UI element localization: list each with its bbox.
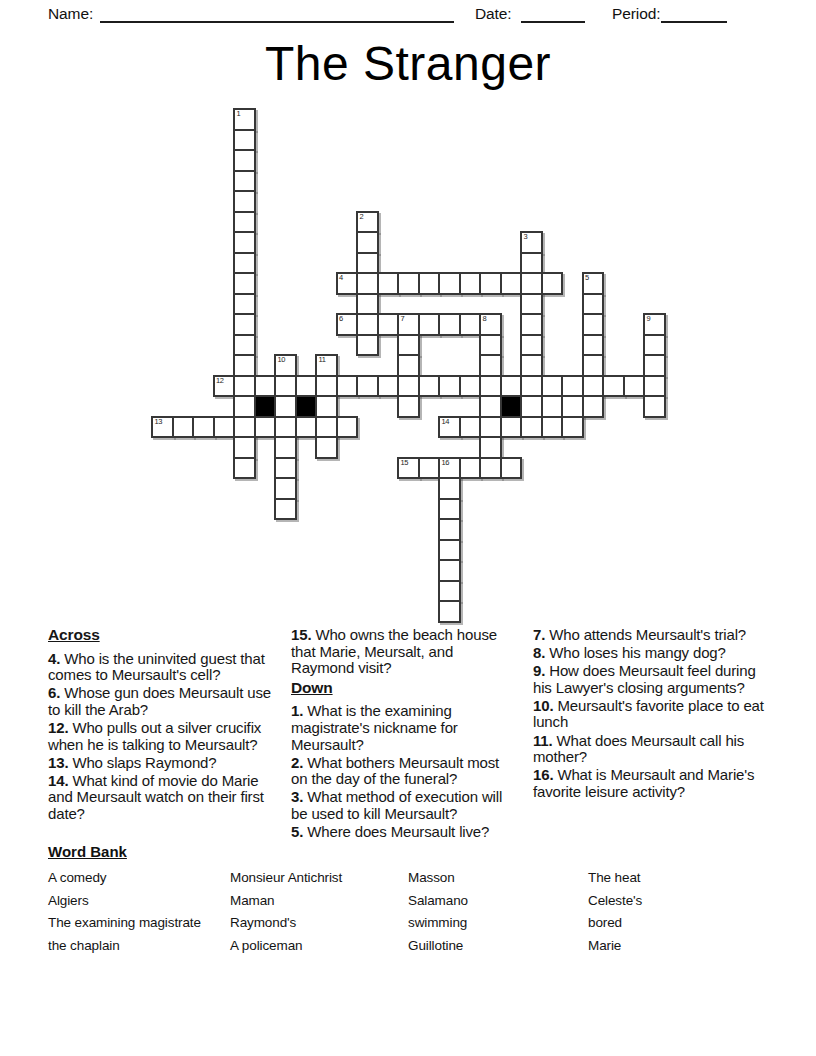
grid-cell-r12c8[interactable]: 11 [315, 354, 338, 377]
grid-cell-r18c6[interactable] [274, 477, 297, 500]
grid-cell-r14c12[interactable] [397, 395, 420, 418]
grid-cell-r13c13[interactable] [418, 375, 441, 398]
grid-cell-r8c11[interactable] [377, 272, 400, 295]
grid-cell-r5c10[interactable]: 2 [356, 211, 379, 234]
clue-across-12: 12. Who pulls out a silver crucifix when… [48, 720, 284, 753]
word-bank: A comedyMonsieur AntichristMassonThe hea… [48, 866, 768, 957]
clue-number-13: 13 [155, 418, 163, 426]
grid-cell-r10c13[interactable] [418, 313, 441, 336]
grid-cell-r14c18[interactable] [520, 395, 543, 418]
grid-cell-r12c4[interactable] [233, 354, 256, 377]
grid-cell-r11c10[interactable] [356, 334, 379, 357]
grid-cell-r14c8[interactable] [315, 395, 338, 418]
grid-cell-r10c15[interactable] [459, 313, 482, 336]
grid-cell-r12c12[interactable] [397, 354, 420, 377]
grid-cell-r13c24[interactable] [643, 375, 666, 398]
across-heading: Across [48, 627, 284, 644]
grid-cell-r15c17[interactable] [500, 416, 523, 439]
grid-cell-r17c15[interactable] [459, 457, 482, 480]
grid-cell-r13c10[interactable] [356, 375, 379, 398]
black-cell-r14c5 [254, 395, 277, 418]
grid-cell-r13c21[interactable] [582, 375, 605, 398]
grid-cell-r17c16[interactable] [479, 457, 502, 480]
grid-cell-r14c16[interactable] [479, 395, 502, 418]
grid-cell-r11c18[interactable] [520, 334, 543, 357]
grid-cell-r19c14[interactable] [438, 498, 461, 521]
clue-number-8: 8 [483, 315, 487, 323]
grid-cell-r13c19[interactable] [541, 375, 564, 398]
word-bank-item-r2c0: The examining magistrate [48, 915, 230, 930]
grid-cell-r11c4[interactable] [233, 334, 256, 357]
grid-cell-r8c17[interactable] [500, 272, 523, 295]
word-bank-item-r0c3: The heat [588, 870, 768, 885]
clue-down-11: 11. What does Meursault call his mother? [533, 733, 776, 766]
grid-cell-r15c0[interactable]: 13 [151, 416, 174, 439]
grid-cell-r13c20[interactable] [561, 375, 584, 398]
grid-cell-r13c11[interactable] [377, 375, 400, 398]
grid-cell-r8c19[interactable] [541, 272, 564, 295]
grid-cell-r14c6[interactable] [274, 395, 297, 418]
clue-down-8: 8. Who loses his mangy dog? [533, 645, 776, 662]
grid-cell-r8c15[interactable] [459, 272, 482, 295]
word-bank-item-r3c2: Guillotine [408, 938, 588, 953]
clue-across-4: 4. Who is the uninvited guest that comes… [48, 651, 284, 684]
grid-cell-r15c19[interactable] [541, 416, 564, 439]
grid-cell-r15c5[interactable] [254, 416, 277, 439]
grid-cell-r16c8[interactable] [315, 436, 338, 459]
clue-number-4: 4 [339, 274, 343, 282]
grid-cell-r13c4[interactable] [233, 375, 256, 398]
clue-number-1: 1 [237, 110, 241, 118]
clue-number-5: 5 [585, 274, 589, 282]
clue-number-7: 7 [401, 315, 405, 323]
grid-cell-r22c14[interactable] [438, 559, 461, 582]
word-bank-item-r1c2: Salamano [408, 893, 588, 908]
grid-cell-r13c6[interactable] [274, 375, 297, 398]
down-heading: Down [291, 680, 512, 697]
grid-cell-r11c12[interactable] [397, 334, 420, 357]
grid-cell-r3c4[interactable] [233, 170, 256, 193]
grid-cell-r16c6[interactable] [274, 436, 297, 459]
clue-down-16: 16. What is Meursault and Marie's favori… [533, 767, 776, 800]
grid-cell-r9c4[interactable] [233, 293, 256, 316]
grid-cell-r17c13[interactable] [418, 457, 441, 480]
grid-cell-r10c11[interactable] [377, 313, 400, 336]
grid-cell-r14c21[interactable] [582, 395, 605, 418]
grid-cell-r7c4[interactable] [233, 252, 256, 275]
clue-number-6: 6 [339, 315, 343, 323]
grid-cell-r8c10[interactable] [356, 272, 379, 295]
grid-cell-r17c17[interactable] [500, 457, 523, 480]
grid-cell-r8c18[interactable] [520, 272, 543, 295]
clue-number-2: 2 [360, 213, 364, 221]
grid-cell-r13c23[interactable] [623, 375, 646, 398]
word-bank-item-r1c0: Algiers [48, 893, 230, 908]
clue-number-16: 16 [442, 459, 450, 467]
grid-cell-r16c16[interactable] [479, 436, 502, 459]
black-cell-r14c7 [295, 395, 318, 418]
clue-across-15: 15. Who owns the beach house that Marie,… [291, 627, 512, 677]
grid-cell-r20c14[interactable] [438, 518, 461, 541]
grid-cell-r18c14[interactable] [438, 477, 461, 500]
grid-cell-r10c4[interactable] [233, 313, 256, 336]
word-bank-heading: Word Bank [48, 843, 127, 860]
grid-cell-r13c9[interactable] [336, 375, 359, 398]
grid-cell-r6c18[interactable]: 3 [520, 231, 543, 254]
grid-cell-r15c18[interactable] [520, 416, 543, 439]
grid-cell-r8c14[interactable] [438, 272, 461, 295]
grid-cell-r13c17[interactable] [500, 375, 523, 398]
black-cell-r14c17 [500, 395, 523, 418]
grid-cell-r10c24[interactable]: 9 [643, 313, 666, 336]
grid-cell-r15c14[interactable]: 14 [438, 416, 461, 439]
grid-cell-r11c21[interactable] [582, 334, 605, 357]
grid-cell-r1c4[interactable] [233, 129, 256, 152]
clue-across-13: 13. Who slaps Raymond? [48, 755, 284, 772]
grid-cell-r13c8[interactable] [315, 375, 338, 398]
clue-down-1: 1. What is the examining magistrate's ni… [291, 703, 512, 753]
word-bank-item-r0c1: Monsieur Antichrist [230, 870, 408, 885]
grid-cell-r15c2[interactable] [192, 416, 215, 439]
clue-down-5: 5. Where does Meursault live? [291, 824, 512, 841]
grid-cell-r9c18[interactable] [520, 293, 543, 316]
grid-cell-r8c12[interactable] [397, 272, 420, 295]
grid-cell-r13c3[interactable]: 12 [213, 375, 236, 398]
clue-number-15: 15 [401, 459, 409, 467]
grid-cell-r7c10[interactable] [356, 252, 379, 275]
grid-cell-r17c4[interactable] [233, 457, 256, 480]
middle-clues-column: 15. Who owns the beach house that Marie,… [291, 627, 512, 842]
clue-across-14: 14. What kind of movie do Marie and Meur… [48, 773, 284, 823]
grid-cell-r12c21[interactable] [582, 354, 605, 377]
grid-cell-r13c12[interactable] [397, 375, 420, 398]
down-clues-column: 7. Who attends Meursault's trial?8. Who … [533, 627, 776, 802]
grid-cell-r11c24[interactable] [643, 334, 666, 357]
grid-cell-r8c21[interactable]: 5 [582, 272, 605, 295]
worksheet-page: { "game": "crossword", "header": { "name… [0, 0, 816, 1056]
grid-cell-r12c16[interactable] [479, 354, 502, 377]
grid-cell-r13c22[interactable] [602, 375, 625, 398]
clue-down-2: 2. What bothers Meursault most on the da… [291, 755, 512, 788]
grid-cell-r13c7[interactable] [295, 375, 318, 398]
grid-cell-r17c12[interactable]: 15 [397, 457, 420, 480]
word-bank-item-r3c3: Marie [588, 938, 768, 953]
word-bank-item-r3c1: A policeman [230, 938, 408, 953]
word-bank-item-r2c2: swimming [408, 915, 588, 930]
grid-cell-r10c16[interactable]: 8 [479, 313, 502, 336]
grid-cell-r12c6[interactable]: 10 [274, 354, 297, 377]
word-bank-item-r0c0: A comedy [48, 870, 230, 885]
clue-number-14: 14 [442, 418, 450, 426]
grid-cell-r14c19[interactable] [541, 395, 564, 418]
grid-cell-r8c16[interactable] [479, 272, 502, 295]
clue-number-11: 11 [319, 356, 326, 364]
clue-number-10: 10 [278, 356, 286, 364]
grid-cell-r21c14[interactable] [438, 539, 461, 562]
grid-cell-r13c18[interactable] [520, 375, 543, 398]
grid-cell-r12c24[interactable] [643, 354, 666, 377]
clue-down-10: 10. Meursault's favorite place to eat lu… [533, 698, 776, 731]
grid-cell-r15c6[interactable] [274, 416, 297, 439]
grid-cell-r0c4[interactable]: 1 [233, 108, 256, 131]
clue-down-9: 9. How does Meursault feel during his La… [533, 663, 776, 696]
word-bank-item-r1c3: Celeste's [588, 893, 768, 908]
grid-cell-r8c4[interactable] [233, 272, 256, 295]
clue-down-3: 3. What method of execution will be used… [291, 789, 512, 822]
clue-across-6: 6. Whose gun does Meursault use to kill … [48, 685, 284, 718]
grid-cell-r14c20[interactable] [561, 395, 584, 418]
grid-cell-r10c21[interactable] [582, 313, 605, 336]
grid-cell-r13c16[interactable] [479, 375, 502, 398]
grid-cell-r15c20[interactable] [561, 416, 584, 439]
grid-cell-r14c4[interactable] [233, 395, 256, 418]
word-bank-item-r2c3: bored [588, 915, 768, 930]
grid-cell-r4c4[interactable] [233, 190, 256, 213]
grid-cell-r7c18[interactable] [520, 252, 543, 275]
grid-cell-r2c4[interactable] [233, 149, 256, 172]
grid-cell-r6c10[interactable] [356, 231, 379, 254]
grid-cell-r17c14[interactable]: 16 [438, 457, 461, 480]
grid-cell-r9c21[interactable] [582, 293, 605, 316]
grid-cell-r15c3[interactable] [213, 416, 236, 439]
word-bank-item-r1c1: Maman [230, 893, 408, 908]
grid-cell-r23c14[interactable] [438, 580, 461, 603]
grid-cell-r15c9[interactable] [336, 416, 359, 439]
grid-cell-r13c14[interactable] [438, 375, 461, 398]
grid-cell-r14c24[interactable] [643, 395, 666, 418]
grid-cell-r10c12[interactable]: 7 [397, 313, 420, 336]
across-clues-column: Across4. Who is the uninvited guest that… [48, 627, 284, 824]
grid-cell-r10c10[interactable] [356, 313, 379, 336]
word-bank-item-r3c0: the chaplain [48, 938, 230, 953]
word-bank-item-r2c1: Raymond's [230, 915, 408, 930]
grid-cell-r15c1[interactable] [172, 416, 195, 439]
clue-number-9: 9 [647, 315, 651, 323]
grid-cell-r15c8[interactable] [315, 416, 338, 439]
grid-cell-r6c4[interactable] [233, 231, 256, 254]
grid-cell-r13c5[interactable] [254, 375, 277, 398]
grid-cell-r5c4[interactable] [233, 211, 256, 234]
grid-cell-r15c4[interactable] [233, 416, 256, 439]
grid-cell-r15c15[interactable] [459, 416, 482, 439]
grid-cell-r8c9[interactable]: 4 [336, 272, 359, 295]
clue-number-12: 12 [216, 377, 224, 385]
grid-cell-r12c18[interactable] [520, 354, 543, 377]
grid-cell-r19c6[interactable] [274, 498, 297, 521]
grid-cell-r15c7[interactable] [295, 416, 318, 439]
grid-cell-r10c9[interactable]: 6 [336, 313, 359, 336]
grid-cell-r11c16[interactable] [479, 334, 502, 357]
grid-cell-r15c16[interactable] [479, 416, 502, 439]
word-bank-item-r0c2: Masson [408, 870, 588, 885]
grid-cell-r16c4[interactable] [233, 436, 256, 459]
grid-cell-r10c14[interactable] [438, 313, 461, 336]
grid-cell-r13c15[interactable] [459, 375, 482, 398]
grid-cell-r10c18[interactable] [520, 313, 543, 336]
grid-cell-r8c13[interactable] [418, 272, 441, 295]
clue-number-3: 3 [524, 233, 528, 241]
clue-down-7: 7. Who attends Meursault's trial? [533, 627, 776, 644]
grid-cell-r24c14[interactable] [438, 600, 461, 623]
grid-cell-r9c10[interactable] [356, 293, 379, 316]
grid-cell-r17c6[interactable] [274, 457, 297, 480]
